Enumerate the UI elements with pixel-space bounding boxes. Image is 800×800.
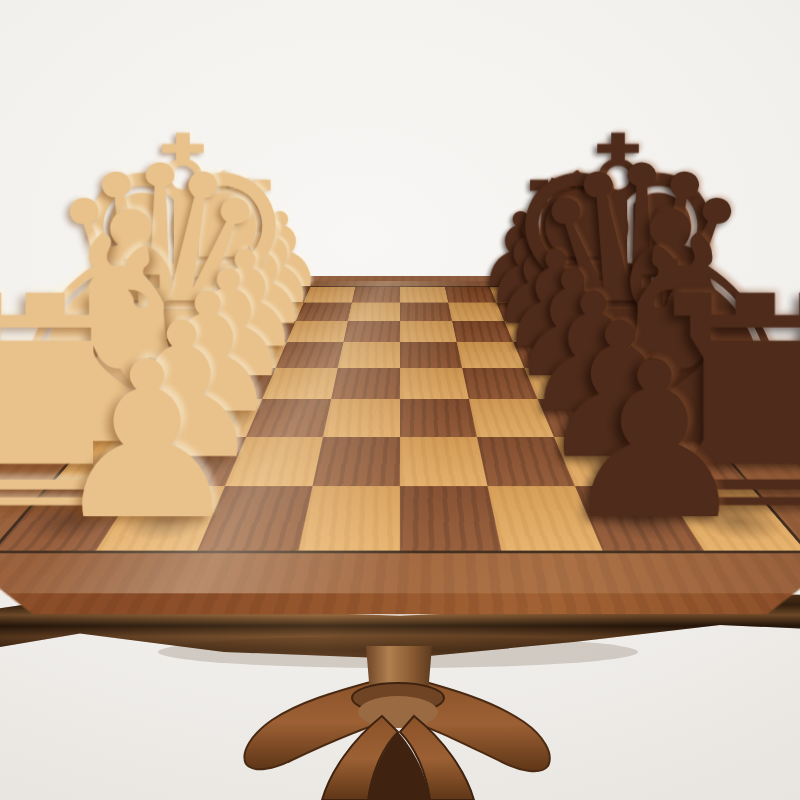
square-b4[interactable] <box>312 437 400 486</box>
square-h5[interactable] <box>400 287 448 303</box>
square-e4[interactable] <box>338 342 400 368</box>
square-g5[interactable] <box>400 303 452 321</box>
square-a4[interactable] <box>299 486 400 550</box>
square-d5[interactable] <box>400 368 469 399</box>
square-c4[interactable] <box>323 399 400 437</box>
piece-anchor-a2: ♟ <box>96 487 225 551</box>
square-h4[interactable] <box>352 287 400 303</box>
square-b5[interactable] <box>400 437 488 486</box>
pawn-glyph: ♟ <box>557 333 751 549</box>
chess-table-top: ♜♜♟♟♞♞♟♟♝♝♟♟♚♚♟♟♛♛♟♟♝♝♟♟♞♞♟♟♜♜♟♟ <box>0 287 800 551</box>
piece-black-pawn-a7[interactable]: ♟ <box>557 333 751 549</box>
scene: ♜♜♟♟♞♞♟♟♝♝♟♟♚♚♟♟♛♛♟♟♝♝♟♟♞♞♟♟♜♜♟♟ <box>0 0 800 800</box>
square-a5[interactable] <box>400 486 501 550</box>
photo-frame: ♜♜♟♟♞♞♟♟♝♝♟♟♚♚♟♟♛♛♟♟♝♝♟♟♞♞♟♟♜♜♟♟ <box>0 0 800 800</box>
piece-anchor-a7: ♟ <box>575 487 704 551</box>
square-g4[interactable] <box>348 303 400 321</box>
square-c5[interactable] <box>400 399 477 437</box>
square-f5[interactable] <box>400 321 457 342</box>
piece-white-pawn-a2[interactable]: ♟ <box>49 333 243 549</box>
pawn-glyph: ♟ <box>49 333 243 549</box>
square-f4[interactable] <box>343 321 400 342</box>
square-e5[interactable] <box>400 342 462 368</box>
square-d4[interactable] <box>331 368 400 399</box>
